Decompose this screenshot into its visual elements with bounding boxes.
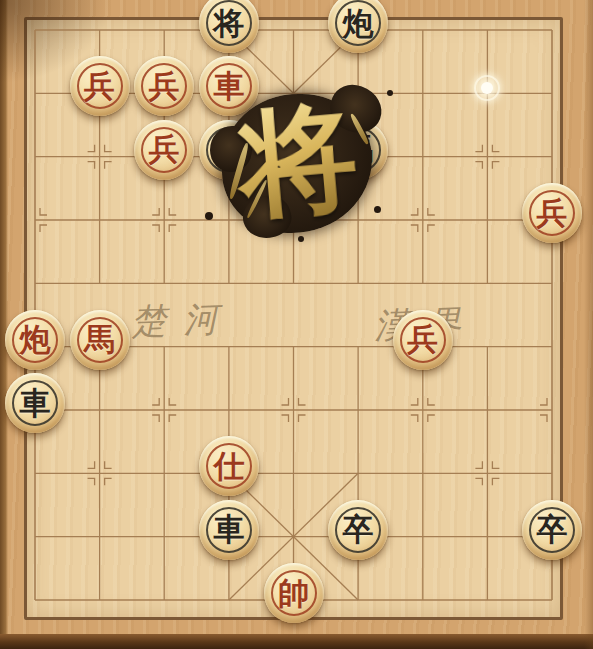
piece-red-f5r10[interactable]: 帥 <box>264 563 324 623</box>
piece-glyph: 炮 <box>20 324 51 355</box>
piece-glyph: 馬 <box>84 324 115 355</box>
piece-red-f1r6[interactable]: 炮 <box>5 310 65 370</box>
piece-glyph: 仕 <box>213 451 244 482</box>
piece-glyph: 炮 <box>343 8 374 39</box>
piece-black-f6r3[interactable]: 馬 <box>328 120 388 180</box>
piece-red-f9r4[interactable]: 兵 <box>522 183 582 243</box>
piece-red-f2r6[interactable]: 馬 <box>70 310 130 370</box>
piece-red-f4r2[interactable]: 車 <box>199 56 259 116</box>
last-move-sparkle-icon <box>472 73 502 103</box>
piece-black-f4r9[interactable]: 車 <box>199 500 259 560</box>
piece-red-f3r3[interactable]: 兵 <box>134 120 194 180</box>
piece-black-f4r3[interactable]: 士 <box>199 120 259 180</box>
xiangqi-app: 楚河 漢界 将炮兵兵車兵士馬兵炮馬兵車仕車卒卒帥 将 <box>0 0 593 649</box>
piece-glyph: 兵 <box>149 134 180 165</box>
piece-glyph: 兵 <box>537 198 568 229</box>
piece-glyph: 車 <box>20 388 51 419</box>
piece-red-f7r6[interactable]: 兵 <box>393 310 453 370</box>
piece-black-f6r9[interactable]: 卒 <box>328 500 388 560</box>
piece-black-f9r9[interactable]: 卒 <box>522 500 582 560</box>
piece-glyph: 将 <box>213 8 244 39</box>
piece-glyph: 馬 <box>343 134 374 165</box>
piece-glyph: 卒 <box>537 514 568 545</box>
piece-glyph: 兵 <box>149 71 180 102</box>
piece-glyph: 士 <box>213 134 244 165</box>
piece-glyph: 卒 <box>343 514 374 545</box>
piece-red-f2r2[interactable]: 兵 <box>70 56 130 116</box>
river-label-left: 楚河 <box>130 295 236 346</box>
piece-glyph: 車 <box>213 71 244 102</box>
piece-red-f4r8[interactable]: 仕 <box>199 436 259 496</box>
piece-black-f1r7[interactable]: 車 <box>5 373 65 433</box>
piece-glyph: 兵 <box>407 324 438 355</box>
piece-glyph: 帥 <box>278 578 309 609</box>
piece-glyph: 車 <box>213 514 244 545</box>
piece-glyph: 兵 <box>84 71 115 102</box>
